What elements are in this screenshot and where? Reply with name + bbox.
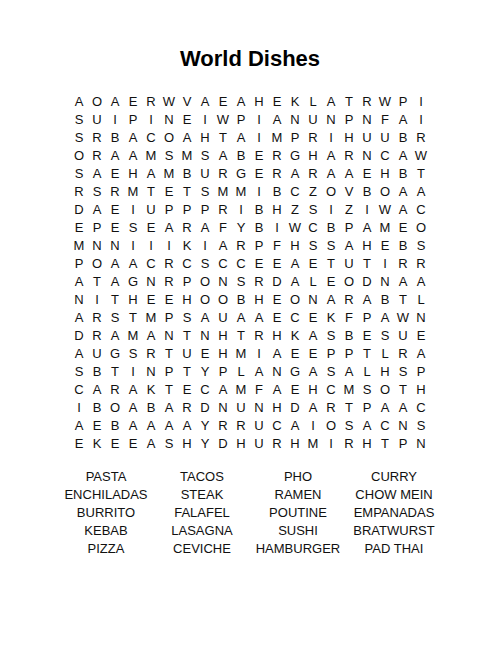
grid-cell[interactable]: A	[286, 254, 304, 272]
grid-cell[interactable]: A	[160, 398, 178, 416]
grid-cell[interactable]: N	[142, 272, 160, 290]
grid-cell[interactable]: A	[214, 236, 232, 254]
grid-cell[interactable]: A	[394, 272, 412, 290]
grid-cell[interactable]: F	[214, 218, 232, 236]
grid-cell[interactable]: B	[88, 398, 106, 416]
grid-cell[interactable]: F	[340, 308, 358, 326]
grid-cell[interactable]: Y	[196, 416, 214, 434]
grid-cell[interactable]: E	[142, 218, 160, 236]
grid-cell[interactable]: K	[286, 326, 304, 344]
grid-cell[interactable]: R	[106, 380, 124, 398]
grid-cell[interactable]: E	[322, 272, 340, 290]
grid-cell[interactable]: H	[412, 380, 430, 398]
grid-cell[interactable]: B	[250, 200, 268, 218]
grid-cell[interactable]: A	[88, 200, 106, 218]
grid-cell[interactable]: A	[394, 200, 412, 218]
grid-cell[interactable]: O	[412, 218, 430, 236]
grid-cell[interactable]: B	[178, 164, 196, 182]
grid-cell[interactable]: W	[160, 92, 178, 110]
grid-cell[interactable]: I	[322, 128, 340, 146]
grid-cell[interactable]: N	[358, 146, 376, 164]
grid-cell[interactable]: Y	[232, 218, 250, 236]
grid-cell[interactable]: N	[142, 362, 160, 380]
grid-cell[interactable]: T	[88, 272, 106, 290]
grid-cell[interactable]: T	[322, 254, 340, 272]
grid-cell[interactable]: R	[214, 164, 232, 182]
grid-cell[interactable]: E	[106, 434, 124, 452]
grid-cell[interactable]: D	[358, 272, 376, 290]
grid-cell[interactable]: S	[322, 326, 340, 344]
grid-cell[interactable]: E	[88, 416, 106, 434]
grid-cell[interactable]: L	[304, 272, 322, 290]
grid-cell[interactable]: N	[412, 308, 430, 326]
grid-cell[interactable]: A	[196, 308, 214, 326]
grid-cell[interactable]: C	[214, 254, 232, 272]
grid-cell[interactable]: S	[196, 254, 214, 272]
grid-cell[interactable]: S	[322, 236, 340, 254]
grid-cell[interactable]: T	[340, 398, 358, 416]
grid-cell[interactable]: U	[232, 398, 250, 416]
grid-cell[interactable]: I	[106, 110, 124, 128]
grid-cell[interactable]: B	[250, 218, 268, 236]
grid-cell[interactable]: S	[412, 236, 430, 254]
grid-cell[interactable]: A	[160, 218, 178, 236]
grid-cell[interactable]: A	[322, 146, 340, 164]
grid-cell[interactable]: V	[178, 92, 196, 110]
grid-cell[interactable]: A	[358, 416, 376, 434]
grid-cell[interactable]: E	[250, 164, 268, 182]
grid-cell[interactable]: M	[160, 164, 178, 182]
grid-cell[interactable]: C	[70, 380, 88, 398]
grid-cell[interactable]: E	[142, 290, 160, 308]
grid-cell[interactable]: R	[88, 146, 106, 164]
grid-cell[interactable]: G	[106, 344, 124, 362]
grid-cell[interactable]: B	[142, 398, 160, 416]
grid-cell[interactable]: N	[304, 290, 322, 308]
grid-cell[interactable]: T	[232, 326, 250, 344]
grid-cell[interactable]: I	[142, 236, 160, 254]
grid-cell[interactable]: O	[88, 92, 106, 110]
grid-cell[interactable]: R	[178, 218, 196, 236]
grid-cell[interactable]: S	[178, 308, 196, 326]
grid-cell[interactable]: R	[178, 398, 196, 416]
grid-cell[interactable]: S	[106, 308, 124, 326]
grid-cell[interactable]: U	[250, 416, 268, 434]
grid-cell[interactable]: C	[268, 416, 286, 434]
grid-cell[interactable]: H	[232, 434, 250, 452]
grid-cell[interactable]: A	[358, 218, 376, 236]
grid-cell[interactable]: A	[106, 326, 124, 344]
grid-cell[interactable]: S	[196, 146, 214, 164]
grid-cell[interactable]: U	[88, 110, 106, 128]
grid-cell[interactable]: T	[106, 362, 124, 380]
grid-cell[interactable]: G	[232, 164, 250, 182]
grid-cell[interactable]: A	[268, 344, 286, 362]
grid-cell[interactable]: F	[250, 380, 268, 398]
grid-cell[interactable]: R	[250, 272, 268, 290]
grid-cell[interactable]: A	[304, 326, 322, 344]
grid-cell[interactable]: P	[340, 218, 358, 236]
grid-cell[interactable]: B	[106, 416, 124, 434]
grid-cell[interactable]: H	[250, 92, 268, 110]
grid-cell[interactable]: B	[394, 164, 412, 182]
grid-cell[interactable]: E	[250, 254, 268, 272]
grid-cell[interactable]: U	[304, 110, 322, 128]
grid-cell[interactable]: R	[142, 344, 160, 362]
grid-cell[interactable]: U	[214, 308, 232, 326]
grid-cell[interactable]: A	[394, 146, 412, 164]
grid-cell[interactable]: F	[268, 236, 286, 254]
grid-cell[interactable]: U	[250, 434, 268, 452]
grid-cell[interactable]: C	[412, 200, 430, 218]
grid-cell[interactable]: B	[394, 128, 412, 146]
grid-cell[interactable]: R	[340, 434, 358, 452]
grid-cell[interactable]: I	[124, 362, 142, 380]
grid-cell[interactable]: I	[124, 236, 142, 254]
grid-cell[interactable]: D	[70, 326, 88, 344]
grid-cell[interactable]: E	[124, 92, 142, 110]
grid-cell[interactable]: H	[358, 434, 376, 452]
grid-cell[interactable]: A	[394, 110, 412, 128]
grid-cell[interactable]: H	[124, 290, 142, 308]
grid-cell[interactable]: S	[88, 182, 106, 200]
grid-cell[interactable]: I	[250, 182, 268, 200]
grid-cell[interactable]: U	[142, 200, 160, 218]
grid-cell[interactable]: C	[376, 416, 394, 434]
grid-cell[interactable]: E	[304, 308, 322, 326]
grid-cell[interactable]: R	[232, 416, 250, 434]
grid-cell[interactable]: R	[412, 128, 430, 146]
grid-cell[interactable]: Y	[196, 362, 214, 380]
grid-cell[interactable]: I	[376, 254, 394, 272]
grid-cell[interactable]: U	[88, 344, 106, 362]
grid-cell[interactable]: H	[268, 398, 286, 416]
grid-cell[interactable]: S	[232, 272, 250, 290]
grid-cell[interactable]: C	[286, 308, 304, 326]
grid-cell[interactable]: B	[232, 290, 250, 308]
grid-cell[interactable]: B	[340, 326, 358, 344]
grid-cell[interactable]: O	[376, 182, 394, 200]
grid-cell[interactable]: A	[70, 416, 88, 434]
grid-cell[interactable]: T	[178, 182, 196, 200]
grid-cell[interactable]: Y	[196, 434, 214, 452]
grid-cell[interactable]: E	[106, 218, 124, 236]
grid-cell[interactable]: A	[376, 308, 394, 326]
grid-cell[interactable]: E	[106, 164, 124, 182]
grid-cell[interactable]: A	[358, 290, 376, 308]
grid-cell[interactable]: R	[268, 434, 286, 452]
grid-cell[interactable]: P	[340, 110, 358, 128]
grid-cell[interactable]: I	[70, 398, 88, 416]
grid-cell[interactable]: O	[286, 290, 304, 308]
grid-cell[interactable]: E	[304, 254, 322, 272]
grid-cell[interactable]: R	[394, 344, 412, 362]
grid-cell[interactable]: I	[196, 236, 214, 254]
grid-cell[interactable]: D	[268, 272, 286, 290]
grid-cell[interactable]: S	[322, 362, 340, 380]
grid-cell[interactable]: E	[70, 218, 88, 236]
grid-cell[interactable]: M	[340, 380, 358, 398]
grid-cell[interactable]: N	[70, 290, 88, 308]
grid-cell[interactable]: A	[322, 92, 340, 110]
grid-cell[interactable]: A	[412, 272, 430, 290]
grid-cell[interactable]: C	[196, 380, 214, 398]
grid-cell[interactable]: R	[412, 254, 430, 272]
grid-cell[interactable]: E	[124, 434, 142, 452]
grid-cell[interactable]: E	[196, 344, 214, 362]
grid-cell[interactable]: R	[340, 146, 358, 164]
grid-cell[interactable]: H	[124, 164, 142, 182]
grid-cell[interactable]: M	[124, 326, 142, 344]
grid-cell[interactable]: R	[88, 308, 106, 326]
grid-cell[interactable]: P	[178, 200, 196, 218]
grid-cell[interactable]: E	[394, 218, 412, 236]
grid-cell[interactable]: U	[178, 344, 196, 362]
grid-cell[interactable]: R	[322, 398, 340, 416]
grid-cell[interactable]: A	[412, 182, 430, 200]
grid-cell[interactable]: T	[178, 362, 196, 380]
grid-cell[interactable]: H	[268, 326, 286, 344]
grid-cell[interactable]: I	[232, 200, 250, 218]
grid-cell[interactable]: A	[214, 146, 232, 164]
grid-cell[interactable]: H	[250, 290, 268, 308]
grid-cell[interactable]: A	[124, 128, 142, 146]
grid-cell[interactable]: R	[304, 128, 322, 146]
grid-cell[interactable]: B	[358, 182, 376, 200]
grid-cell[interactable]: A	[70, 272, 88, 290]
grid-cell[interactable]: O	[70, 146, 88, 164]
grid-cell[interactable]: C	[376, 146, 394, 164]
grid-cell[interactable]: A	[268, 110, 286, 128]
grid-cell[interactable]: S	[124, 344, 142, 362]
grid-cell[interactable]: R	[232, 236, 250, 254]
grid-cell[interactable]: S	[358, 380, 376, 398]
grid-cell[interactable]: N	[160, 326, 178, 344]
grid-cell[interactable]: A	[322, 164, 340, 182]
grid-cell[interactable]: S	[394, 362, 412, 380]
grid-cell[interactable]: H	[196, 128, 214, 146]
grid-cell[interactable]: P	[358, 308, 376, 326]
grid-cell[interactable]: O	[376, 380, 394, 398]
grid-cell[interactable]: M	[268, 128, 286, 146]
grid-cell[interactable]: T	[178, 326, 196, 344]
grid-cell[interactable]: W	[286, 218, 304, 236]
grid-cell[interactable]: K	[322, 308, 340, 326]
grid-cell[interactable]: E	[268, 92, 286, 110]
grid-cell[interactable]: O	[160, 128, 178, 146]
grid-cell[interactable]: N	[106, 236, 124, 254]
grid-cell[interactable]: E	[178, 110, 196, 128]
grid-cell[interactable]: H	[268, 200, 286, 218]
grid-cell[interactable]: I	[358, 200, 376, 218]
grid-cell[interactable]: H	[178, 434, 196, 452]
grid-cell[interactable]: A	[106, 272, 124, 290]
grid-cell[interactable]: H	[340, 128, 358, 146]
grid-cell[interactable]: L	[376, 344, 394, 362]
grid-cell[interactable]: I	[196, 110, 214, 128]
grid-cell[interactable]: E	[268, 290, 286, 308]
grid-cell[interactable]: M	[232, 182, 250, 200]
grid-cell[interactable]: P	[178, 272, 196, 290]
grid-cell[interactable]: P	[394, 92, 412, 110]
grid-cell[interactable]: O	[322, 416, 340, 434]
grid-cell[interactable]: P	[340, 344, 358, 362]
grid-cell[interactable]: A	[124, 146, 142, 164]
grid-cell[interactable]: R	[268, 164, 286, 182]
grid-cell[interactable]: I	[250, 344, 268, 362]
grid-cell[interactable]: D	[286, 398, 304, 416]
grid-cell[interactable]: O	[88, 254, 106, 272]
grid-cell[interactable]: G	[286, 362, 304, 380]
grid-cell[interactable]: A	[394, 182, 412, 200]
grid-cell[interactable]: E	[286, 380, 304, 398]
grid-cell[interactable]: N	[196, 326, 214, 344]
grid-cell[interactable]: E	[358, 326, 376, 344]
grid-cell[interactable]: I	[322, 200, 340, 218]
grid-cell[interactable]: W	[376, 200, 394, 218]
grid-cell[interactable]: R	[88, 128, 106, 146]
grid-cell[interactable]: A	[268, 380, 286, 398]
grid-cell[interactable]: R	[88, 326, 106, 344]
grid-cell[interactable]: Z	[286, 200, 304, 218]
grid-cell[interactable]: B	[268, 182, 286, 200]
grid-cell[interactable]: T	[214, 128, 232, 146]
grid-cell[interactable]: I	[250, 110, 268, 128]
grid-cell[interactable]: N	[376, 272, 394, 290]
grid-cell[interactable]: D	[70, 200, 88, 218]
grid-cell[interactable]: T	[412, 164, 430, 182]
grid-cell[interactable]: W	[412, 146, 430, 164]
grid-cell[interactable]: L	[358, 362, 376, 380]
grid-cell[interactable]: A	[286, 416, 304, 434]
grid-cell[interactable]: U	[376, 128, 394, 146]
grid-cell[interactable]: A	[70, 344, 88, 362]
grid-cell[interactable]: E	[376, 236, 394, 254]
grid-cell[interactable]: A	[250, 362, 268, 380]
grid-cell[interactable]: R	[160, 272, 178, 290]
grid-cell[interactable]: M	[376, 218, 394, 236]
grid-cell[interactable]: N	[160, 110, 178, 128]
grid-cell[interactable]: B	[232, 146, 250, 164]
grid-cell[interactable]: U	[358, 128, 376, 146]
grid-cell[interactable]: R	[304, 164, 322, 182]
grid-cell[interactable]: P	[322, 344, 340, 362]
grid-cell[interactable]: W	[394, 308, 412, 326]
grid-cell[interactable]: P	[358, 398, 376, 416]
grid-cell[interactable]: I	[88, 290, 106, 308]
grid-cell[interactable]: R	[160, 254, 178, 272]
grid-cell[interactable]: C	[322, 380, 340, 398]
grid-cell[interactable]: N	[214, 398, 232, 416]
grid-cell[interactable]: R	[214, 416, 232, 434]
grid-cell[interactable]: A	[340, 164, 358, 182]
grid-cell[interactable]: K	[286, 92, 304, 110]
grid-cell[interactable]: L	[304, 92, 322, 110]
grid-cell[interactable]: G	[124, 272, 142, 290]
grid-cell[interactable]: S	[160, 146, 178, 164]
grid-cell[interactable]: T	[142, 182, 160, 200]
grid-cell[interactable]: I	[412, 92, 430, 110]
grid-cell[interactable]: N	[286, 110, 304, 128]
grid-cell[interactable]: A	[70, 92, 88, 110]
grid-cell[interactable]: D	[196, 398, 214, 416]
grid-cell[interactable]: P	[412, 362, 430, 380]
grid-cell[interactable]: N	[88, 236, 106, 254]
grid-cell[interactable]: T	[394, 290, 412, 308]
grid-cell[interactable]: B	[394, 236, 412, 254]
grid-cell[interactable]: A	[232, 92, 250, 110]
grid-cell[interactable]: E	[412, 326, 430, 344]
grid-cell[interactable]: S	[160, 434, 178, 452]
grid-cell[interactable]: A	[232, 308, 250, 326]
grid-cell[interactable]: P	[160, 200, 178, 218]
grid-cell[interactable]: T	[124, 308, 142, 326]
grid-cell[interactable]: E	[268, 254, 286, 272]
grid-cell[interactable]: T	[358, 344, 376, 362]
grid-cell[interactable]: S	[70, 164, 88, 182]
grid-cell[interactable]: O	[196, 290, 214, 308]
grid-cell[interactable]: R	[358, 92, 376, 110]
grid-cell[interactable]: P	[196, 200, 214, 218]
grid-cell[interactable]: O	[214, 290, 232, 308]
grid-cell[interactable]: N	[322, 110, 340, 128]
grid-cell[interactable]: H	[304, 380, 322, 398]
grid-cell[interactable]: A	[250, 308, 268, 326]
grid-cell[interactable]: A	[214, 380, 232, 398]
grid-cell[interactable]: A	[106, 146, 124, 164]
grid-cell[interactable]: A	[394, 398, 412, 416]
grid-cell[interactable]: W	[214, 110, 232, 128]
grid-cell[interactable]: P	[124, 110, 142, 128]
grid-cell[interactable]: A	[340, 362, 358, 380]
grid-cell[interactable]: N	[412, 434, 430, 452]
grid-cell[interactable]: V	[340, 182, 358, 200]
grid-cell[interactable]: T	[358, 254, 376, 272]
grid-cell[interactable]: H	[214, 344, 232, 362]
grid-cell[interactable]: A	[196, 92, 214, 110]
grid-cell[interactable]: R	[250, 326, 268, 344]
grid-cell[interactable]: I	[160, 236, 178, 254]
grid-cell[interactable]: M	[142, 308, 160, 326]
grid-cell[interactable]: B	[322, 218, 340, 236]
grid-cell[interactable]: H	[214, 326, 232, 344]
grid-cell[interactable]: H	[304, 146, 322, 164]
grid-cell[interactable]: A	[304, 362, 322, 380]
grid-cell[interactable]: A	[124, 416, 142, 434]
grid-cell[interactable]: A	[340, 236, 358, 254]
grid-cell[interactable]: A	[88, 380, 106, 398]
grid-cell[interactable]: N	[394, 416, 412, 434]
grid-cell[interactable]: A	[286, 164, 304, 182]
grid-cell[interactable]: M	[124, 182, 142, 200]
grid-cell[interactable]: I	[250, 128, 268, 146]
grid-cell[interactable]: T	[394, 380, 412, 398]
grid-cell[interactable]: R	[106, 182, 124, 200]
grid-cell[interactable]: A	[160, 416, 178, 434]
grid-cell[interactable]: S	[376, 326, 394, 344]
grid-cell[interactable]: S	[304, 200, 322, 218]
grid-cell[interactable]: N	[214, 272, 232, 290]
grid-cell[interactable]: E	[268, 308, 286, 326]
grid-cell[interactable]: F	[376, 110, 394, 128]
grid-cell[interactable]: Z	[340, 200, 358, 218]
grid-cell[interactable]: I	[412, 110, 430, 128]
grid-cell[interactable]: P	[160, 362, 178, 380]
grid-cell[interactable]: L	[232, 362, 250, 380]
grid-cell[interactable]: H	[376, 164, 394, 182]
grid-cell[interactable]: T	[160, 344, 178, 362]
grid-cell[interactable]: P	[250, 236, 268, 254]
